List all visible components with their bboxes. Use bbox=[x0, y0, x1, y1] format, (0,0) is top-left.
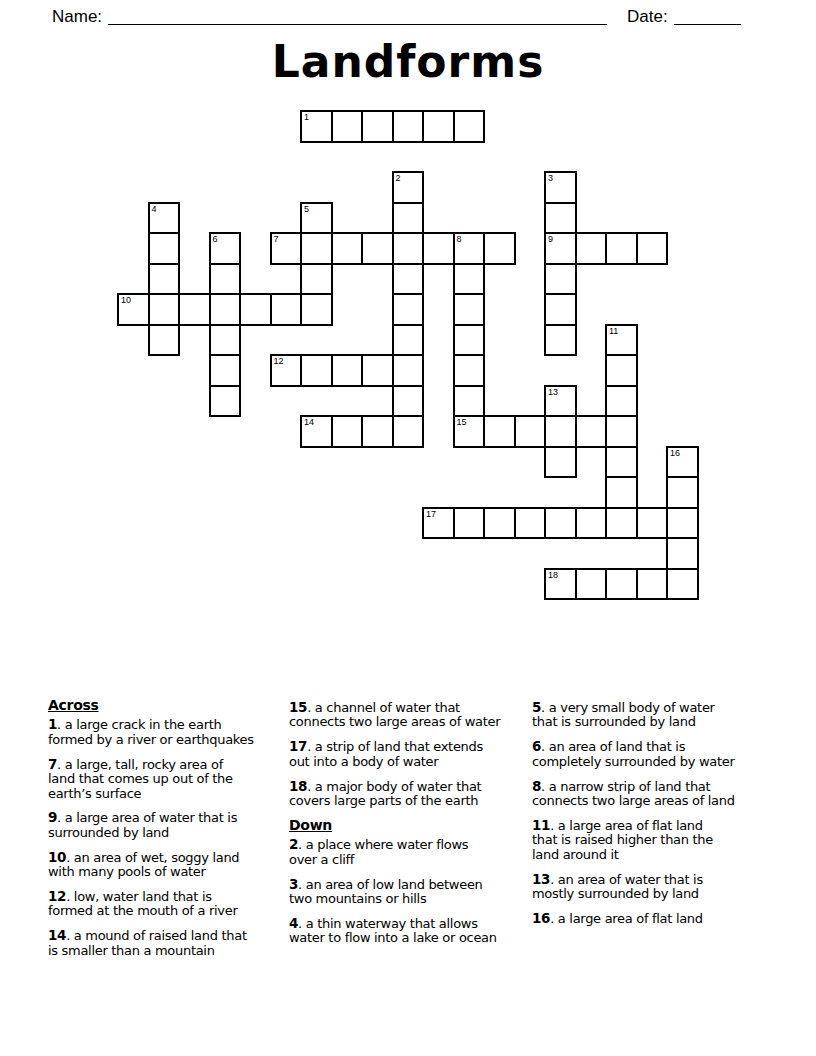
date-label: Date: bbox=[627, 7, 668, 27]
grid-cell-r8c7[interactable] bbox=[331, 354, 364, 387]
clue-number: 3 bbox=[289, 876, 298, 892]
clue-across-14: 14. a mound of raised land that is small… bbox=[48, 928, 298, 958]
grid-cell-r3c9[interactable] bbox=[392, 202, 425, 235]
grid-cell-r5c6[interactable] bbox=[300, 263, 333, 296]
clue-down-16: 16. a large area of flat land bbox=[532, 911, 794, 926]
grid-cell-r6c5[interactable] bbox=[270, 293, 303, 326]
clue-number: 16 bbox=[532, 910, 550, 926]
grid-cell-r4c11[interactable]: 8 bbox=[453, 232, 486, 265]
grid-cell-r13c10[interactable]: 17 bbox=[422, 507, 455, 540]
grid-cell-r15c18[interactable] bbox=[666, 568, 699, 601]
grid-cell-r4c3[interactable]: 6 bbox=[209, 232, 242, 265]
clue-across-1: 1. a large crack in the earth formed by … bbox=[48, 717, 298, 747]
grid-cell-r9c16[interactable] bbox=[605, 385, 638, 418]
cell-number-11: 11 bbox=[609, 326, 618, 336]
grid-cell-r11c14[interactable] bbox=[544, 446, 577, 479]
grid-cell-r4c15[interactable] bbox=[575, 232, 608, 265]
clue-number: 4 bbox=[289, 915, 298, 931]
clue-number: 8 bbox=[532, 778, 541, 794]
clue-number: 6 bbox=[532, 738, 541, 754]
cell-number-7: 7 bbox=[274, 234, 279, 244]
cell-number-18: 18 bbox=[548, 570, 558, 580]
grid-cell-r4c6[interactable] bbox=[300, 232, 333, 265]
grid-cell-r12c16[interactable] bbox=[605, 476, 638, 509]
grid-cell-r3c14[interactable] bbox=[544, 202, 577, 235]
grid-cell-r5c14[interactable] bbox=[544, 263, 577, 296]
grid-cell-r2c9[interactable]: 2 bbox=[392, 171, 425, 204]
grid-cell-r8c9[interactable] bbox=[392, 354, 425, 387]
grid-cell-r6c14[interactable] bbox=[544, 293, 577, 326]
clue-number: 15 bbox=[289, 699, 307, 715]
grid-cell-r6c3[interactable] bbox=[209, 293, 242, 326]
clue-across-7: 7. a large, tall, rocky area of land tha… bbox=[48, 757, 298, 801]
grid-cell-r13c16[interactable] bbox=[605, 507, 638, 540]
clue-number: 9 bbox=[48, 809, 57, 825]
grid-cell-r0c10[interactable] bbox=[422, 110, 455, 143]
grid-cell-r10c13[interactable] bbox=[514, 415, 547, 448]
grid-cell-r4c7[interactable] bbox=[331, 232, 364, 265]
grid-cell-r6c1[interactable] bbox=[148, 293, 181, 326]
grid-cell-r7c11[interactable] bbox=[453, 324, 486, 357]
clue-number: 1 bbox=[48, 716, 57, 732]
grid-cell-r4c9[interactable] bbox=[392, 232, 425, 265]
clue-down-5: 5. a very small body of water that is su… bbox=[532, 700, 794, 730]
grid-cell-r0c6[interactable]: 1 bbox=[300, 110, 333, 143]
grid-cell-r6c4[interactable] bbox=[239, 293, 272, 326]
clue-number: 13 bbox=[532, 871, 550, 887]
grid-cell-r8c3[interactable] bbox=[209, 354, 242, 387]
grid-cell-r4c8[interactable] bbox=[361, 232, 394, 265]
clue-down-6: 6. an area of land that is completely su… bbox=[532, 739, 794, 769]
grid-cell-r6c11[interactable] bbox=[453, 293, 486, 326]
cell-number-9: 9 bbox=[548, 234, 553, 244]
puzzle-title: Landforms bbox=[0, 36, 816, 87]
grid-cell-r0c9[interactable] bbox=[392, 110, 425, 143]
grid-cell-r5c3[interactable] bbox=[209, 263, 242, 296]
clue-down-3: 3. an area of low land between two mount… bbox=[289, 877, 541, 907]
down-heading: Down bbox=[289, 818, 541, 832]
grid-cell-r6c2[interactable] bbox=[178, 293, 211, 326]
grid-cell-r10c16[interactable] bbox=[605, 415, 638, 448]
grid-cell-r4c17[interactable] bbox=[636, 232, 669, 265]
grid-cell-r13c17[interactable] bbox=[636, 507, 669, 540]
grid-cell-r7c16[interactable]: 11 bbox=[605, 324, 638, 357]
grid-cell-r10c12[interactable] bbox=[483, 415, 516, 448]
across-heading: Across bbox=[48, 698, 298, 712]
worksheet-page: { "game": "crossword", "title": "Landfor… bbox=[0, 0, 816, 1056]
cell-number-17: 17 bbox=[426, 509, 436, 519]
clue-number: 17 bbox=[289, 738, 307, 754]
name-label: Name: bbox=[52, 7, 102, 27]
cell-number-5: 5 bbox=[304, 204, 309, 214]
clue-down-8: 8. a narrow strip of land that connects … bbox=[532, 779, 794, 809]
grid-cell-r5c9[interactable] bbox=[392, 263, 425, 296]
grid-cell-r15c15[interactable] bbox=[575, 568, 608, 601]
grid-cell-r4c5[interactable]: 7 bbox=[270, 232, 303, 265]
grid-cell-r8c5[interactable]: 12 bbox=[270, 354, 303, 387]
grid-cell-r4c12[interactable] bbox=[483, 232, 516, 265]
grid-cell-r14c18[interactable] bbox=[666, 537, 699, 570]
grid-cell-r3c1[interactable]: 4 bbox=[148, 202, 181, 235]
grid-cell-r13c13[interactable] bbox=[514, 507, 547, 540]
clue-number: 12 bbox=[48, 888, 66, 904]
clue-down-11: 11. a large area of flat land that is ra… bbox=[532, 818, 794, 862]
grid-cell-r10c8[interactable] bbox=[361, 415, 394, 448]
grid-cell-r9c3[interactable] bbox=[209, 385, 242, 418]
grid-cell-r0c7[interactable] bbox=[331, 110, 364, 143]
grid-cell-r13c15[interactable] bbox=[575, 507, 608, 540]
grid-cell-r8c11[interactable] bbox=[453, 354, 486, 387]
clue-column-right: 5. a very small body of water that is su… bbox=[532, 700, 794, 936]
cell-number-16: 16 bbox=[670, 448, 680, 458]
cell-number-14: 14 bbox=[304, 417, 314, 427]
crossword-grid: 123456789101112131415161718 bbox=[117, 110, 699, 600]
grid-cell-r6c9[interactable] bbox=[392, 293, 425, 326]
clue-down-2: 2. a place where water flows over a clif… bbox=[289, 837, 541, 867]
grid-cell-r8c6[interactable] bbox=[300, 354, 333, 387]
grid-cell-r8c8[interactable] bbox=[361, 354, 394, 387]
grid-cell-r13c14[interactable] bbox=[544, 507, 577, 540]
grid-cell-r9c14[interactable]: 13 bbox=[544, 385, 577, 418]
grid-cell-r4c16[interactable] bbox=[605, 232, 638, 265]
cell-number-1: 1 bbox=[304, 112, 309, 122]
grid-cell-r7c1[interactable] bbox=[148, 324, 181, 357]
cell-number-2: 2 bbox=[396, 173, 401, 183]
cell-number-15: 15 bbox=[457, 417, 467, 427]
clue-number: 2 bbox=[289, 836, 298, 852]
clue-number: 14 bbox=[48, 927, 66, 943]
clue-across-10: 10. an area of wet, soggy land with many… bbox=[48, 850, 298, 880]
cell-number-12: 12 bbox=[274, 356, 284, 366]
grid-cell-r13c11[interactable] bbox=[453, 507, 486, 540]
clue-across-9: 9. a large area of water that is surroun… bbox=[48, 810, 298, 840]
grid-cell-r15c17[interactable] bbox=[636, 568, 669, 601]
cell-number-4: 4 bbox=[152, 204, 157, 214]
grid-cell-r11c16[interactable] bbox=[605, 446, 638, 479]
grid-cell-r0c11[interactable] bbox=[453, 110, 486, 143]
grid-cell-r0c8[interactable] bbox=[361, 110, 394, 143]
grid-cell-r4c1[interactable] bbox=[148, 232, 181, 265]
clue-number: 11 bbox=[532, 817, 550, 833]
grid-cell-r3c6[interactable]: 5 bbox=[300, 202, 333, 235]
clue-across-18: 18. a major body of water that covers la… bbox=[289, 779, 541, 809]
grid-cell-r8c16[interactable] bbox=[605, 354, 638, 387]
grid-cell-r13c18[interactable] bbox=[666, 507, 699, 540]
grid-cell-r6c0[interactable]: 10 bbox=[117, 293, 150, 326]
grid-cell-r9c9[interactable] bbox=[392, 385, 425, 418]
grid-cell-r13c12[interactable] bbox=[483, 507, 516, 540]
clue-number: 7 bbox=[48, 756, 57, 772]
clue-column-middle: 15. a channel of water that connects two… bbox=[289, 700, 541, 955]
grid-cell-r2c14[interactable]: 3 bbox=[544, 171, 577, 204]
clue-across-15: 15. a channel of water that connects two… bbox=[289, 700, 541, 730]
clue-column-across: Across1. a large crack in the earth form… bbox=[48, 698, 298, 968]
grid-cell-r9c11[interactable] bbox=[453, 385, 486, 418]
grid-cell-r7c9[interactable] bbox=[392, 324, 425, 357]
grid-cell-r10c15[interactable] bbox=[575, 415, 608, 448]
grid-cell-r10c11[interactable]: 15 bbox=[453, 415, 486, 448]
clue-number: 5 bbox=[532, 699, 541, 715]
cell-number-10: 10 bbox=[121, 295, 131, 305]
name-input-line[interactable] bbox=[108, 8, 607, 25]
grid-cell-r5c1[interactable] bbox=[148, 263, 181, 296]
grid-cell-r15c14[interactable]: 18 bbox=[544, 568, 577, 601]
grid-cell-r11c18[interactable]: 16 bbox=[666, 446, 699, 479]
cell-number-3: 3 bbox=[548, 173, 553, 183]
grid-cell-r7c14[interactable] bbox=[544, 324, 577, 357]
clue-down-4: 4. a thin waterway that allows water to … bbox=[289, 916, 541, 946]
clue-number: 10 bbox=[48, 849, 66, 865]
grid-cell-r10c7[interactable] bbox=[331, 415, 364, 448]
grid-cell-r7c3[interactable] bbox=[209, 324, 242, 357]
grid-cell-r6c6[interactable] bbox=[300, 293, 333, 326]
grid-cell-r10c6[interactable]: 14 bbox=[300, 415, 333, 448]
date-input-line[interactable] bbox=[674, 8, 741, 25]
clue-across-12: 12. low, water land that is formed at th… bbox=[48, 889, 298, 919]
clue-down-13: 13. an area of water that is mostly surr… bbox=[532, 872, 794, 902]
grid-cell-r10c9[interactable] bbox=[392, 415, 425, 448]
grid-cell-r12c18[interactable] bbox=[666, 476, 699, 509]
clue-across-17: 17. a strip of land that extends out int… bbox=[289, 739, 541, 769]
grid-cell-r4c10[interactable] bbox=[422, 232, 455, 265]
cell-number-13: 13 bbox=[548, 387, 558, 397]
grid-cell-r4c14[interactable]: 9 bbox=[544, 232, 577, 265]
grid-cell-r15c16[interactable] bbox=[605, 568, 638, 601]
cell-number-8: 8 bbox=[457, 234, 462, 244]
clue-number: 18 bbox=[289, 778, 307, 794]
cell-number-6: 6 bbox=[213, 234, 218, 244]
grid-cell-r5c11[interactable] bbox=[453, 263, 486, 296]
grid-cell-r10c14[interactable] bbox=[544, 415, 577, 448]
